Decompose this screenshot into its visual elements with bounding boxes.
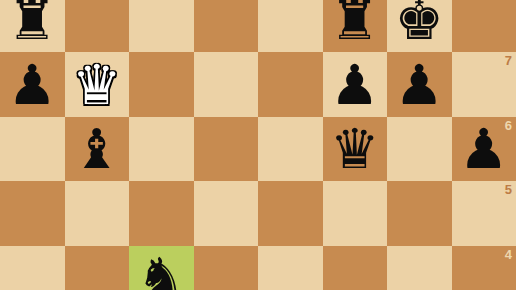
square-d7[interactable] [194,52,259,117]
square-e5[interactable] [258,181,323,246]
square-a5[interactable] [0,181,65,246]
square-g5[interactable] [387,181,452,246]
square-a4[interactable] [0,246,65,290]
black-bishop[interactable]: ♝ [72,122,121,177]
square-h4[interactable]: 4 [452,246,516,290]
square-h6[interactable]: ♟6 [452,117,516,182]
square-c6[interactable] [129,117,194,182]
square-c4[interactable]: ♞ [129,246,194,290]
chess-board-viewport: ♜♜♚♟♛♟♟7♝♛♟65♞4 [0,0,516,290]
chess-board[interactable]: ♜♜♚♟♛♟♟7♝♛♟65♞4 [0,0,516,290]
square-b7[interactable]: ♛ [65,52,130,117]
square-a7[interactable]: ♟ [0,52,65,117]
black-pawn[interactable]: ♟ [330,58,379,113]
square-f6[interactable]: ♛ [323,117,388,182]
square-g8[interactable]: ♚ [387,0,452,52]
square-d8[interactable] [194,0,259,52]
square-e4[interactable] [258,246,323,290]
black-knight[interactable]: ♞ [137,251,186,290]
square-a6[interactable] [0,117,65,182]
black-pawn[interactable]: ♟ [459,122,508,177]
rank-coordinate-5: 5 [505,183,512,196]
square-d4[interactable] [194,246,259,290]
square-c7[interactable] [129,52,194,117]
black-rook[interactable]: ♜ [8,0,57,48]
square-h8[interactable] [452,0,516,52]
square-f8[interactable]: ♜ [323,0,388,52]
black-rook[interactable]: ♜ [330,0,379,48]
black-pawn[interactable]: ♟ [8,58,57,113]
square-h5[interactable]: 5 [452,181,516,246]
square-d6[interactable] [194,117,259,182]
square-f7[interactable]: ♟ [323,52,388,117]
black-king[interactable]: ♚ [395,0,444,48]
square-g7[interactable]: ♟ [387,52,452,117]
square-f5[interactable] [323,181,388,246]
square-e7[interactable] [258,52,323,117]
square-b4[interactable] [65,246,130,290]
white-queen[interactable]: ♛ [72,58,121,113]
square-c5[interactable] [129,181,194,246]
square-e8[interactable] [258,0,323,52]
rank-coordinate-6: 6 [505,119,512,132]
square-b6[interactable]: ♝ [65,117,130,182]
square-g4[interactable] [387,246,452,290]
square-b5[interactable] [65,181,130,246]
square-g6[interactable] [387,117,452,182]
rank-coordinate-7: 7 [505,54,512,67]
rank-coordinate-4: 4 [505,248,512,261]
square-a8[interactable]: ♜ [0,0,65,52]
square-e6[interactable] [258,117,323,182]
black-queen[interactable]: ♛ [330,122,379,177]
square-c8[interactable] [129,0,194,52]
black-pawn[interactable]: ♟ [395,58,444,113]
square-b8[interactable] [65,0,130,52]
square-h7[interactable]: 7 [452,52,516,117]
square-d5[interactable] [194,181,259,246]
square-f4[interactable] [323,246,388,290]
